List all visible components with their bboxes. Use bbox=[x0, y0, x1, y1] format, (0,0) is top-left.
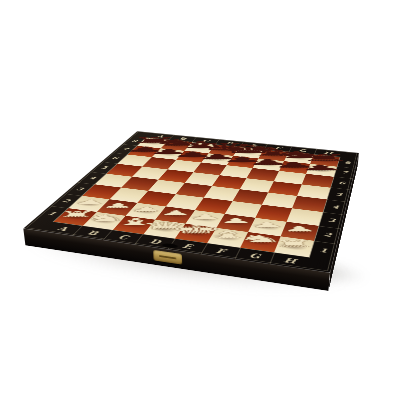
square-g2 bbox=[248, 218, 286, 237]
piece-glyph: ♟ bbox=[297, 164, 345, 172]
board-top-surface: ABCDEFGH ABCDEFGH 87654321 87654321 ♜♞♝♛… bbox=[23, 131, 359, 273]
square-g3 bbox=[255, 205, 292, 222]
pieces-layer: ♜♞♝♛♚♝♞♜♟♟♟♟♟♟♟♟♟♟♟♟♟♟♟♟♜♞♝♛♚♝♞♜ bbox=[137, 131, 359, 153]
square-e3 bbox=[195, 198, 233, 214]
square-h1 bbox=[274, 236, 314, 257]
chess-set-photo: ABCDEFGH ABCDEFGH 87654321 87654321 ♜♞♝♛… bbox=[0, 0, 400, 400]
square-b3 bbox=[110, 188, 149, 203]
square-e2 bbox=[185, 210, 224, 228]
square-d1 bbox=[144, 220, 186, 239]
square-g1 bbox=[240, 232, 280, 252]
square-b1 bbox=[83, 212, 126, 230]
square-e1 bbox=[175, 224, 216, 243]
square-a1 bbox=[54, 208, 97, 225]
square-g5 bbox=[268, 181, 302, 196]
square-c1 bbox=[113, 216, 155, 234]
square-h3 bbox=[287, 208, 323, 225]
square-b2 bbox=[97, 199, 138, 216]
square-h4 bbox=[292, 196, 327, 212]
square-e4 bbox=[204, 186, 240, 201]
square-f1 bbox=[207, 228, 248, 248]
chess-board: ABCDEFGH ABCDEFGH 87654321 87654321 ♜♞♝♛… bbox=[23, 131, 359, 273]
square-f3 bbox=[225, 201, 262, 218]
square-d2 bbox=[155, 206, 195, 223]
square-h2 bbox=[281, 222, 319, 241]
square-f5 bbox=[240, 178, 274, 192]
square-f4 bbox=[233, 189, 269, 204]
square-e5 bbox=[212, 175, 246, 189]
square-a3 bbox=[82, 184, 121, 199]
square-f2 bbox=[216, 214, 255, 232]
square-h5 bbox=[297, 184, 330, 199]
square-c3 bbox=[137, 191, 175, 207]
square-d3 bbox=[166, 194, 204, 210]
square-g4 bbox=[262, 193, 297, 209]
square-c2 bbox=[126, 203, 166, 220]
brass-clasp-icon bbox=[153, 250, 182, 265]
